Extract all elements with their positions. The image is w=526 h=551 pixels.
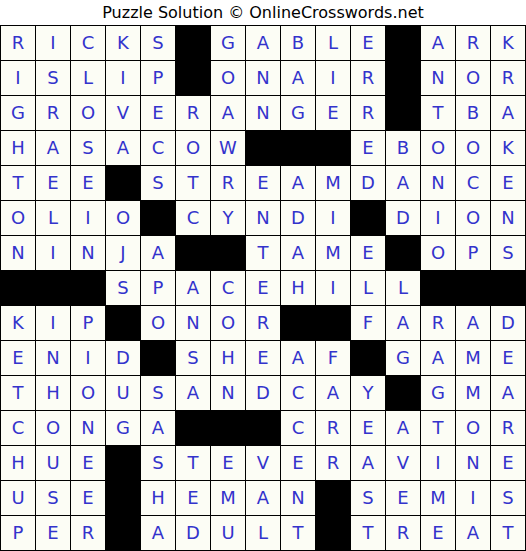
black-cell-r14c4 xyxy=(106,481,140,515)
cell-r1c2: I xyxy=(36,26,70,60)
black-cell-r13c4 xyxy=(106,446,140,480)
cell-r12c3: N xyxy=(71,411,105,445)
black-cell-r10c5 xyxy=(141,341,175,375)
cell-r7c5: A xyxy=(141,236,175,270)
cell-r4c2: A xyxy=(36,131,70,165)
black-cell-r8c3 xyxy=(71,271,105,305)
cell-r3c15: A xyxy=(491,96,525,130)
cell-r2c1: I xyxy=(1,61,35,95)
cell-r4c11: E xyxy=(351,131,385,165)
cell-r7c14: P xyxy=(456,236,490,270)
cell-r15c12: R xyxy=(386,516,420,550)
cell-r1c11: E xyxy=(351,26,385,60)
cell-r10c1: E xyxy=(1,341,35,375)
black-cell-r1c6 xyxy=(176,26,210,60)
cell-r4c5: C xyxy=(141,131,175,165)
black-cell-r12c6 xyxy=(176,411,210,445)
cell-r6c8: N xyxy=(246,201,280,235)
cell-r14c8: A xyxy=(246,481,280,515)
cell-r5c14: C xyxy=(456,166,490,200)
title-bar: Puzzle Solution © OnlineCrosswords.net xyxy=(0,0,526,25)
cell-r15c3: R xyxy=(71,516,105,550)
cell-r3c8: N xyxy=(246,96,280,130)
cell-r14c5: H xyxy=(141,481,175,515)
black-cell-r14c10 xyxy=(316,481,350,515)
cell-r7c15: S xyxy=(491,236,525,270)
cell-r11c8: D xyxy=(246,376,280,410)
cell-r6c9: D xyxy=(281,201,315,235)
cell-r9c5: O xyxy=(141,306,175,340)
cell-r11c3: O xyxy=(71,376,105,410)
cell-r14c14: I xyxy=(456,481,490,515)
cell-r7c11: E xyxy=(351,236,385,270)
cell-r1c3: C xyxy=(71,26,105,60)
cell-r6c1: O xyxy=(1,201,35,235)
cell-r5c13: N xyxy=(421,166,455,200)
cell-r5c8: E xyxy=(246,166,280,200)
cell-r2c2: S xyxy=(36,61,70,95)
cell-r12c5: A xyxy=(141,411,175,445)
cell-r13c8: V xyxy=(246,446,280,480)
cell-r11c13: G xyxy=(421,376,455,410)
black-cell-r8c13 xyxy=(421,271,455,305)
cell-r8c7: C xyxy=(211,271,245,305)
cell-r11c14: M xyxy=(456,376,490,410)
cell-r13c5: S xyxy=(141,446,175,480)
cell-r3c4: V xyxy=(106,96,140,130)
cell-r2c14: O xyxy=(456,61,490,95)
cell-r9c15: D xyxy=(491,306,525,340)
cell-r10c12: G xyxy=(386,341,420,375)
cell-r13c9: E xyxy=(281,446,315,480)
cell-r7c2: I xyxy=(36,236,70,270)
black-cell-r7c7 xyxy=(211,236,245,270)
cell-r4c14: O xyxy=(456,131,490,165)
cell-r7c9: A xyxy=(281,236,315,270)
cell-r13c14: N xyxy=(456,446,490,480)
cell-r9c8: R xyxy=(246,306,280,340)
cell-r2c3: L xyxy=(71,61,105,95)
cell-r13c11: A xyxy=(351,446,385,480)
black-cell-r1c12 xyxy=(386,26,420,60)
cell-r15c13: E xyxy=(421,516,455,550)
cell-r10c3: I xyxy=(71,341,105,375)
cell-r9c1: K xyxy=(1,306,35,340)
cell-r10c15: E xyxy=(491,341,525,375)
cell-r3c2: R xyxy=(36,96,70,130)
black-cell-r15c4 xyxy=(106,516,140,550)
cell-r4c12: B xyxy=(386,131,420,165)
cell-r6c13: I xyxy=(421,201,455,235)
cell-r15c14: A xyxy=(456,516,490,550)
cell-r11c7: N xyxy=(211,376,245,410)
cell-r5c5: S xyxy=(141,166,175,200)
cell-r15c5: A xyxy=(141,516,175,550)
cell-r5c3: E xyxy=(71,166,105,200)
cell-r15c1: P xyxy=(1,516,35,550)
cell-r3c6: R xyxy=(176,96,210,130)
cell-r8c5: P xyxy=(141,271,175,305)
cell-r6c6: C xyxy=(176,201,210,235)
cell-r14c3: E xyxy=(71,481,105,515)
cell-r11c10: A xyxy=(316,376,350,410)
cell-r2c9: A xyxy=(281,61,315,95)
cell-r1c8: A xyxy=(246,26,280,60)
cell-r10c7: H xyxy=(211,341,245,375)
cell-r2c7: O xyxy=(211,61,245,95)
cell-r1c14: R xyxy=(456,26,490,60)
cell-r11c5: S xyxy=(141,376,175,410)
cell-r9c3: P xyxy=(71,306,105,340)
cell-r5c12: A xyxy=(386,166,420,200)
cell-r12c9: C xyxy=(281,411,315,445)
cell-r12c1: C xyxy=(1,411,35,445)
cell-r7c10: M xyxy=(316,236,350,270)
cell-r4c4: A xyxy=(106,131,140,165)
cell-r8c4: S xyxy=(106,271,140,305)
cell-r6c3: I xyxy=(71,201,105,235)
cell-r14c9: N xyxy=(281,481,315,515)
cell-r3c7: A xyxy=(211,96,245,130)
cell-r15c8: L xyxy=(246,516,280,550)
cell-r2c4: I xyxy=(106,61,140,95)
cell-r14c7: M xyxy=(211,481,245,515)
cell-r6c7: Y xyxy=(211,201,245,235)
cell-r4c3: S xyxy=(71,131,105,165)
cell-r9c13: R xyxy=(421,306,455,340)
cell-r13c10: R xyxy=(316,446,350,480)
cell-r7c1: N xyxy=(1,236,35,270)
black-cell-r8c14 xyxy=(456,271,490,305)
cell-r6c14: O xyxy=(456,201,490,235)
black-cell-r10c11 xyxy=(351,341,385,375)
black-cell-r11c12 xyxy=(386,376,420,410)
cell-r13c6: T xyxy=(176,446,210,480)
black-cell-r9c9 xyxy=(281,306,315,340)
cell-r15c2: E xyxy=(36,516,70,550)
cell-r10c13: A xyxy=(421,341,455,375)
cell-r10c2: N xyxy=(36,341,70,375)
black-cell-r9c4 xyxy=(106,306,140,340)
page-title: Puzzle Solution © OnlineCrosswords.net xyxy=(102,3,424,22)
cell-r3c14: B xyxy=(456,96,490,130)
cell-r11c2: H xyxy=(36,376,70,410)
cell-r3c1: G xyxy=(1,96,35,130)
cell-r6c12: D xyxy=(386,201,420,235)
cell-r9c12: A xyxy=(386,306,420,340)
cell-r5c9: A xyxy=(281,166,315,200)
cell-r1c1: R xyxy=(1,26,35,60)
cell-r10c9: A xyxy=(281,341,315,375)
cell-r7c8: T xyxy=(246,236,280,270)
cell-r6c2: L xyxy=(36,201,70,235)
cell-r14c12: E xyxy=(386,481,420,515)
cell-r13c1: H xyxy=(1,446,35,480)
black-cell-r12c8 xyxy=(246,411,280,445)
black-cell-r4c10 xyxy=(316,131,350,165)
cell-r5c1: T xyxy=(1,166,35,200)
cell-r12c14: O xyxy=(456,411,490,445)
cell-r4c6: O xyxy=(176,131,210,165)
cell-r5c10: M xyxy=(316,166,350,200)
black-cell-r4c9 xyxy=(281,131,315,165)
cell-r8c8: E xyxy=(246,271,280,305)
cell-r3c11: R xyxy=(351,96,385,130)
cell-r12c2: O xyxy=(36,411,70,445)
cell-r12c13: T xyxy=(421,411,455,445)
cell-r5c6: T xyxy=(176,166,210,200)
cell-r15c15: T xyxy=(491,516,525,550)
cell-r3c9: G xyxy=(281,96,315,130)
cell-r11c11: Y xyxy=(351,376,385,410)
cell-r12c10: R xyxy=(316,411,350,445)
cell-r1c13: A xyxy=(421,26,455,60)
cell-r11c1: T xyxy=(1,376,35,410)
black-cell-r7c12 xyxy=(386,236,420,270)
cell-r11c4: U xyxy=(106,376,140,410)
cell-r12c4: G xyxy=(106,411,140,445)
cell-r7c13: O xyxy=(421,236,455,270)
cell-r8c9: H xyxy=(281,271,315,305)
cell-r1c4: K xyxy=(106,26,140,60)
cell-r15c7: U xyxy=(211,516,245,550)
black-cell-r8c1 xyxy=(1,271,35,305)
cell-r3c5: E xyxy=(141,96,175,130)
black-cell-r2c12 xyxy=(386,61,420,95)
cell-r7c3: N xyxy=(71,236,105,270)
cell-r2c11: R xyxy=(351,61,385,95)
cell-r2c10: I xyxy=(316,61,350,95)
cell-r3c10: E xyxy=(316,96,350,130)
cell-r13c13: I xyxy=(421,446,455,480)
black-cell-r12c7 xyxy=(211,411,245,445)
cell-r4c1: H xyxy=(1,131,35,165)
cell-r2c15: R xyxy=(491,61,525,95)
cell-r8c10: I xyxy=(316,271,350,305)
cell-r7c4: J xyxy=(106,236,140,270)
cell-r8c11: L xyxy=(351,271,385,305)
cell-r12c11: E xyxy=(351,411,385,445)
cell-r4c15: K xyxy=(491,131,525,165)
cell-r5c7: R xyxy=(211,166,245,200)
cell-r8c12: L xyxy=(386,271,420,305)
cell-r11c9: C xyxy=(281,376,315,410)
black-cell-r3c12 xyxy=(386,96,420,130)
black-cell-r2c6 xyxy=(176,61,210,95)
cell-r6c4: O xyxy=(106,201,140,235)
cell-r4c13: O xyxy=(421,131,455,165)
cell-r1c7: G xyxy=(211,26,245,60)
cell-r1c10: L xyxy=(316,26,350,60)
cell-r12c12: A xyxy=(386,411,420,445)
cell-r9c6: N xyxy=(176,306,210,340)
cell-r5c15: E xyxy=(491,166,525,200)
black-cell-r8c15 xyxy=(491,271,525,305)
cell-r2c5: P xyxy=(141,61,175,95)
cell-r6c15: N xyxy=(491,201,525,235)
cell-r15c9: T xyxy=(281,516,315,550)
cell-r3c13: T xyxy=(421,96,455,130)
cell-r5c2: E xyxy=(36,166,70,200)
cell-r9c14: A xyxy=(456,306,490,340)
cell-r13c2: U xyxy=(36,446,70,480)
cell-r9c11: F xyxy=(351,306,385,340)
cell-r10c6: S xyxy=(176,341,210,375)
cell-r9c2: I xyxy=(36,306,70,340)
black-cell-r5c4 xyxy=(106,166,140,200)
cell-r1c15: K xyxy=(491,26,525,60)
crossword-grid: RICKSGABLEARKISLIPONAIRNORGROVERANGERTBA… xyxy=(0,25,526,551)
cell-r4c7: W xyxy=(211,131,245,165)
black-cell-r15c10 xyxy=(316,516,350,550)
cell-r8c6: A xyxy=(176,271,210,305)
black-cell-r6c11 xyxy=(351,201,385,235)
cell-r13c15: E xyxy=(491,446,525,480)
cell-r13c7: E xyxy=(211,446,245,480)
cell-r14c1: U xyxy=(1,481,35,515)
black-cell-r4c8 xyxy=(246,131,280,165)
cell-r11c6: A xyxy=(176,376,210,410)
cell-r10c4: D xyxy=(106,341,140,375)
cell-r2c8: N xyxy=(246,61,280,95)
puzzle-solution-page: Puzzle Solution © OnlineCrosswords.net R… xyxy=(0,0,526,551)
cell-r6c10: I xyxy=(316,201,350,235)
cell-r5c11: D xyxy=(351,166,385,200)
black-cell-r8c2 xyxy=(36,271,70,305)
cell-r14c15: S xyxy=(491,481,525,515)
black-cell-r9c10 xyxy=(316,306,350,340)
cell-r15c6: D xyxy=(176,516,210,550)
cell-r11c15: A xyxy=(491,376,525,410)
black-cell-r6c5 xyxy=(141,201,175,235)
black-cell-r7c6 xyxy=(176,236,210,270)
cell-r13c12: V xyxy=(386,446,420,480)
cell-r12c15: R xyxy=(491,411,525,445)
cell-r3c3: O xyxy=(71,96,105,130)
cell-r14c13: M xyxy=(421,481,455,515)
cell-r14c6: E xyxy=(176,481,210,515)
cell-r9c7: O xyxy=(211,306,245,340)
cell-r14c11: S xyxy=(351,481,385,515)
cell-r2c13: N xyxy=(421,61,455,95)
cell-r14c2: S xyxy=(36,481,70,515)
cell-r10c10: F xyxy=(316,341,350,375)
cell-r1c9: B xyxy=(281,26,315,60)
cell-r1c5: S xyxy=(141,26,175,60)
cell-r10c8: E xyxy=(246,341,280,375)
cell-r10c14: M xyxy=(456,341,490,375)
cell-r15c11: T xyxy=(351,516,385,550)
cell-r13c3: E xyxy=(71,446,105,480)
